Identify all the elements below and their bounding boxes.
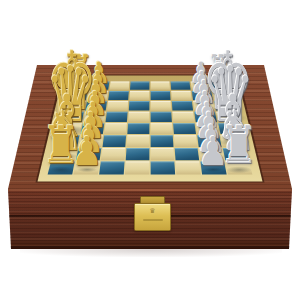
rook-glyph: ♜: [220, 121, 258, 173]
pawn-glyph: ♟: [71, 132, 101, 172]
chess-set-photo: ♜♟♟♜♞♟♟♞♝♟♟♝♚♟♟♚♛♟♟♛♝♟♟♝♞♟♟♞♜♟♟♜ ♛: [0, 0, 300, 300]
pieces-layer: ♜♟♟♜♞♟♟♞♝♟♟♝♚♟♟♚♛♟♟♛♝♟♟♝♞♟♟♞♜♟♟♜: [0, 0, 300, 300]
